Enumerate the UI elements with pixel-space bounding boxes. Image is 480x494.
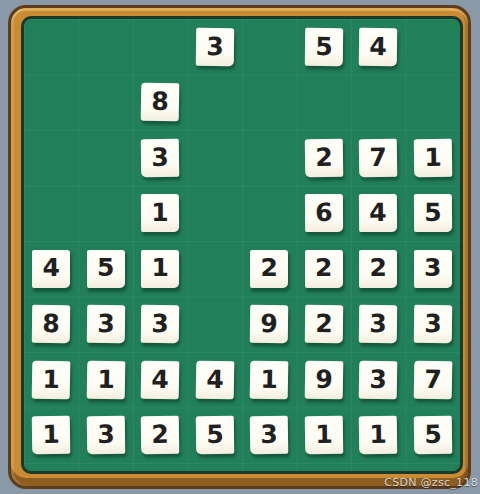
board-cell: 1 (133, 186, 188, 242)
number-tile[interactable]: 1 (413, 138, 452, 177)
board-cell (188, 186, 243, 242)
board-cell: 4 (133, 352, 188, 408)
board-cell (406, 19, 461, 75)
board-cell: 5 (297, 19, 352, 75)
board-cell: 2 (351, 241, 406, 297)
number-tile[interactable]: 3 (196, 28, 234, 66)
board-cell: 3 (79, 297, 134, 353)
board-cell: 1 (406, 130, 461, 186)
number-tile[interactable]: 9 (304, 360, 343, 399)
game-board: 3548327116454512223833923311441937132531… (21, 16, 463, 474)
board-cell: 5 (406, 186, 461, 242)
number-tile[interactable]: 3 (87, 305, 125, 343)
number-tile[interactable]: 8 (32, 305, 70, 343)
board-cell (188, 297, 243, 353)
board-cell (242, 186, 297, 242)
number-tile[interactable]: 5 (414, 194, 452, 232)
board-cell: 1 (242, 352, 297, 408)
number-tile[interactable]: 4 (32, 250, 70, 288)
board-cell: 7 (406, 352, 461, 408)
number-tile[interactable]: 1 (86, 360, 125, 399)
board-cell: 2 (297, 297, 352, 353)
number-tile[interactable]: 3 (141, 305, 179, 343)
board-cell: 3 (406, 241, 461, 297)
board-cell: 1 (24, 408, 79, 464)
board-cell: 2 (242, 241, 297, 297)
board-cell (242, 75, 297, 131)
number-tile[interactable]: 3 (86, 416, 125, 455)
number-tile[interactable]: 2 (359, 250, 397, 288)
board-cell: 3 (188, 19, 243, 75)
number-tile[interactable]: 3 (141, 138, 180, 177)
board-cell: 9 (242, 297, 297, 353)
number-tile[interactable]: 2 (141, 416, 180, 455)
number-tile[interactable]: 6 (305, 194, 343, 232)
board-cell (24, 130, 79, 186)
number-tile[interactable]: 1 (32, 360, 71, 399)
board-cell: 1 (351, 408, 406, 464)
board-cell (24, 19, 79, 75)
board-cell: 6 (297, 186, 352, 242)
board-cell (79, 75, 134, 131)
number-tile[interactable]: 4 (195, 360, 234, 399)
board-cell (242, 130, 297, 186)
number-tile[interactable]: 4 (141, 360, 180, 399)
board-cell: 1 (297, 408, 352, 464)
number-tile[interactable]: 3 (359, 360, 398, 399)
board-cell: 1 (24, 352, 79, 408)
board-cell (188, 241, 243, 297)
number-tile[interactable]: 3 (250, 416, 289, 455)
number-tile[interactable]: 2 (304, 138, 343, 177)
board-cell (406, 75, 461, 131)
board-cell: 7 (351, 130, 406, 186)
number-tile[interactable]: 1 (32, 416, 71, 455)
number-tile[interactable]: 4 (359, 28, 397, 66)
board-cell: 8 (133, 75, 188, 131)
board-cell (79, 19, 134, 75)
number-tile[interactable]: 2 (305, 250, 343, 288)
board-cell: 2 (297, 130, 352, 186)
board-cell (24, 75, 79, 131)
number-tile[interactable]: 5 (87, 250, 125, 288)
board-cell: 4 (188, 352, 243, 408)
board-cell (351, 75, 406, 131)
number-tile[interactable]: 2 (305, 305, 343, 343)
board-cell (79, 186, 134, 242)
board-cell: 8 (24, 297, 79, 353)
board-cell: 1 (133, 241, 188, 297)
number-tile[interactable]: 1 (141, 250, 179, 288)
board-cell: 3 (133, 297, 188, 353)
board-cell: 5 (406, 408, 461, 464)
board-cell (188, 75, 243, 131)
number-tile[interactable]: 5 (305, 28, 343, 66)
number-tile[interactable]: 7 (413, 360, 452, 399)
board-cell: 3 (351, 352, 406, 408)
board-cell: 1 (79, 352, 134, 408)
board-cell: 3 (351, 297, 406, 353)
board-cell (242, 19, 297, 75)
board-cell: 4 (351, 19, 406, 75)
board-cell (79, 130, 134, 186)
app-background: 3548327116454512223833923311441937132531… (0, 0, 480, 494)
board-cell: 3 (242, 408, 297, 464)
number-tile[interactable]: 8 (141, 83, 180, 122)
number-tile[interactable]: 1 (359, 416, 398, 455)
number-tile[interactable]: 3 (414, 305, 452, 343)
number-tile[interactable]: 5 (413, 416, 452, 455)
number-tile[interactable]: 5 (195, 416, 234, 455)
tile-grid: 3548327116454512223833923311441937132531… (24, 19, 460, 463)
board-cell: 3 (406, 297, 461, 353)
board-cell: 5 (79, 241, 134, 297)
board-cell (188, 130, 243, 186)
board-cell (297, 75, 352, 131)
number-tile[interactable]: 1 (141, 194, 179, 232)
number-tile[interactable]: 1 (250, 360, 289, 399)
board-cell: 3 (79, 408, 134, 464)
number-tile[interactable]: 4 (359, 194, 397, 232)
board-cell: 5 (188, 408, 243, 464)
number-tile[interactable]: 3 (359, 305, 397, 343)
board-cell: 4 (24, 241, 79, 297)
number-tile[interactable]: 7 (359, 138, 398, 177)
number-tile[interactable]: 3 (414, 250, 452, 288)
board-cell (24, 186, 79, 242)
board-cell: 2 (133, 408, 188, 464)
number-tile[interactable]: 2 (250, 250, 288, 288)
number-tile[interactable]: 1 (304, 416, 343, 455)
board-frame: 3548327116454512223833923311441937132531… (8, 5, 471, 489)
board-cell: 2 (297, 241, 352, 297)
board-cell: 9 (297, 352, 352, 408)
board-cell: 4 (351, 186, 406, 242)
board-cell: 3 (133, 130, 188, 186)
number-tile[interactable]: 9 (250, 305, 288, 343)
board-cell (133, 19, 188, 75)
